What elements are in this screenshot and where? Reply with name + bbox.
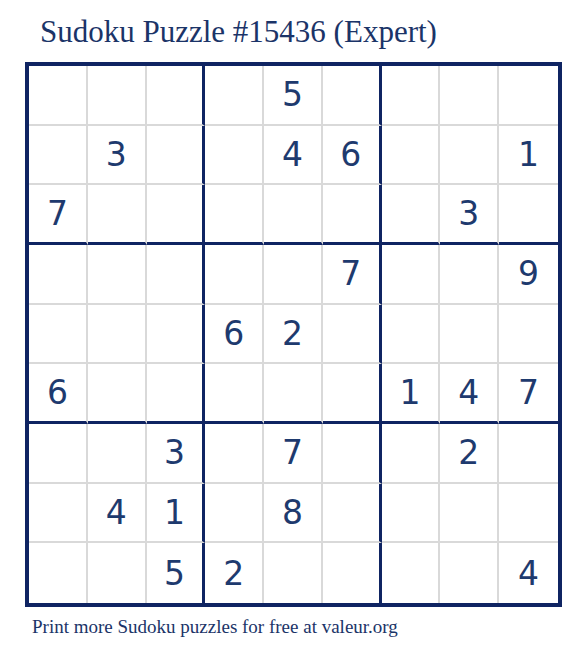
cell-r7c3: 3	[147, 424, 206, 484]
cell-r8c5: 8	[264, 484, 323, 544]
cell-r9c1	[29, 543, 88, 603]
footer-text: Print more Sudoku puzzles for free at va…	[32, 616, 398, 638]
cell-r4c3	[147, 245, 206, 305]
cell-r1c1	[29, 66, 88, 126]
cell-r9c4: 2	[205, 543, 264, 603]
cell-r2c1	[29, 126, 88, 186]
cell-r8c1	[29, 484, 88, 544]
cell-r1c8	[440, 66, 499, 126]
cell-r5c6	[323, 305, 382, 365]
cell-r6c4	[205, 364, 264, 424]
cell-r4c5	[264, 245, 323, 305]
cell-r6c8: 4	[440, 364, 499, 424]
cell-r3c3	[147, 185, 206, 245]
cell-r6c6	[323, 364, 382, 424]
cell-r9c3: 5	[147, 543, 206, 603]
cell-r8c2: 4	[88, 484, 147, 544]
cell-r5c7	[382, 305, 441, 365]
cell-r7c8: 2	[440, 424, 499, 484]
cell-r1c5: 5	[264, 66, 323, 126]
cell-r7c1	[29, 424, 88, 484]
sudoku-board: 534617379626147372418524	[25, 62, 562, 607]
cell-r1c3	[147, 66, 206, 126]
cell-r3c2	[88, 185, 147, 245]
cell-r6c3	[147, 364, 206, 424]
cell-r6c1: 6	[29, 364, 88, 424]
cell-r6c2	[88, 364, 147, 424]
cell-r3c8: 3	[440, 185, 499, 245]
cell-r5c9	[499, 305, 558, 365]
cell-r7c4	[205, 424, 264, 484]
cell-r3c6	[323, 185, 382, 245]
cell-r4c1	[29, 245, 88, 305]
cell-r1c4	[205, 66, 264, 126]
cell-r8c9	[499, 484, 558, 544]
cell-r8c6	[323, 484, 382, 544]
cell-r4c4	[205, 245, 264, 305]
cell-r9c2	[88, 543, 147, 603]
cell-r9c6	[323, 543, 382, 603]
cell-r2c2: 3	[88, 126, 147, 186]
cell-r1c7	[382, 66, 441, 126]
cell-r2c8	[440, 126, 499, 186]
cell-r2c4	[205, 126, 264, 186]
cell-r3c4	[205, 185, 264, 245]
cell-r2c6: 6	[323, 126, 382, 186]
cell-r8c3: 1	[147, 484, 206, 544]
cell-r9c8	[440, 543, 499, 603]
cell-r3c5	[264, 185, 323, 245]
cell-r1c6	[323, 66, 382, 126]
cell-r6c7: 1	[382, 364, 441, 424]
cell-r9c9: 4	[499, 543, 558, 603]
cell-r4c2	[88, 245, 147, 305]
cell-r8c8	[440, 484, 499, 544]
cell-r5c3	[147, 305, 206, 365]
cell-r7c9	[499, 424, 558, 484]
cell-r7c6	[323, 424, 382, 484]
cell-r8c7	[382, 484, 441, 544]
cell-r2c7	[382, 126, 441, 186]
cell-r2c5: 4	[264, 126, 323, 186]
cell-r8c4	[205, 484, 264, 544]
cell-r3c7	[382, 185, 441, 245]
cell-r9c7	[382, 543, 441, 603]
cell-r5c2	[88, 305, 147, 365]
cell-r6c9: 7	[499, 364, 558, 424]
cell-r5c4: 6	[205, 305, 264, 365]
cell-r7c2	[88, 424, 147, 484]
cell-r4c9: 9	[499, 245, 558, 305]
cell-r5c5: 2	[264, 305, 323, 365]
cell-r4c8	[440, 245, 499, 305]
cell-r4c6: 7	[323, 245, 382, 305]
cell-r4c7	[382, 245, 441, 305]
cell-r3c9	[499, 185, 558, 245]
cell-r2c3	[147, 126, 206, 186]
cell-r7c7	[382, 424, 441, 484]
cell-r7c5: 7	[264, 424, 323, 484]
cell-r5c8	[440, 305, 499, 365]
cell-r6c5	[264, 364, 323, 424]
cell-r1c2	[88, 66, 147, 126]
page-title: Sudoku Puzzle #15436 (Expert)	[40, 14, 437, 50]
cell-r2c9: 1	[499, 126, 558, 186]
cell-r1c9	[499, 66, 558, 126]
cell-r9c5	[264, 543, 323, 603]
cell-r3c1: 7	[29, 185, 88, 245]
cell-r5c1	[29, 305, 88, 365]
